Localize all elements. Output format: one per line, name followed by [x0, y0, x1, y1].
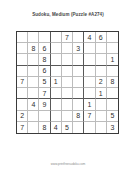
cell-r7c2: 4 [28, 99, 39, 110]
cell-r5c3: 5 [39, 77, 50, 88]
cell-r8c4 [51, 111, 62, 122]
cell-r5c2 [28, 77, 39, 88]
sudoku-board: 7468638167512871491287578453 [16, 31, 119, 134]
cell-r6c6 [73, 88, 84, 99]
cell-r1c7: 4 [84, 32, 95, 43]
cell-r5c8: 2 [96, 77, 107, 88]
cell-r9c1: 7 [17, 122, 28, 133]
cell-r4c5 [62, 66, 73, 77]
cell-r3c7 [84, 54, 95, 65]
cell-r8c7: 7 [84, 111, 95, 122]
cell-r7c6 [73, 99, 84, 110]
cell-r8c8 [96, 111, 107, 122]
cell-r1c2 [28, 32, 39, 43]
cell-r9c4: 4 [51, 122, 62, 133]
cell-r7c1 [17, 99, 28, 110]
cell-r6c3: 7 [39, 88, 50, 99]
cell-r7c7: 1 [84, 99, 95, 110]
cell-r7c9 [107, 99, 118, 110]
cell-r7c5 [62, 99, 73, 110]
cell-r1c5: 7 [62, 32, 73, 43]
cell-r2c5 [62, 43, 73, 54]
cell-r3c1 [17, 54, 28, 65]
cell-r9c8 [96, 122, 107, 133]
cell-r6c8: 1 [96, 88, 107, 99]
cell-r8c3 [39, 111, 50, 122]
cell-r1c1 [17, 32, 28, 43]
cell-r9c9: 3 [107, 122, 118, 133]
source-url: www.printfreesudoku.com [0, 162, 136, 166]
cell-r4c8 [96, 66, 107, 77]
cell-r3c2 [28, 54, 39, 65]
cell-r5c9: 8 [107, 77, 118, 88]
cell-r8c9: 5 [107, 111, 118, 122]
cell-r1c4 [51, 32, 62, 43]
cell-r5c6 [73, 77, 84, 88]
cell-r4c2 [28, 66, 39, 77]
cell-r4c3: 6 [39, 66, 50, 77]
cell-r5c1: 7 [17, 77, 28, 88]
cell-r4c6 [73, 66, 84, 77]
cell-r2c8 [96, 43, 107, 54]
cell-r3c9: 1 [107, 54, 118, 65]
cell-r7c3: 9 [39, 99, 50, 110]
cell-r1c8: 6 [96, 32, 107, 43]
cell-r2c1 [17, 43, 28, 54]
cell-r2c9 [107, 43, 118, 54]
cell-r9c6 [73, 122, 84, 133]
cell-r9c7 [84, 122, 95, 133]
cell-r4c7 [84, 66, 95, 77]
cell-r1c6 [73, 32, 84, 43]
cell-r6c5 [62, 88, 73, 99]
cell-r6c9 [107, 88, 118, 99]
cell-r3c5 [62, 54, 73, 65]
cell-r1c9 [107, 32, 118, 43]
cell-r9c3: 8 [39, 122, 50, 133]
cell-r6c7 [84, 88, 95, 99]
cell-r4c1 [17, 66, 28, 77]
cell-r8c6: 8 [73, 111, 84, 122]
cell-r2c2: 8 [28, 43, 39, 54]
cell-r2c6: 3 [73, 43, 84, 54]
printable-sudoku-page: Sudoku, Medium (Puzzle #A274) 7468638167… [0, 0, 136, 176]
cell-r7c8 [96, 99, 107, 110]
cell-r6c1 [17, 88, 28, 99]
cell-r1c3 [39, 32, 50, 43]
cell-r8c2 [28, 111, 39, 122]
cell-r3c3: 8 [39, 54, 50, 65]
cell-r9c2 [28, 122, 39, 133]
cell-r3c6 [73, 54, 84, 65]
cell-r2c4 [51, 43, 62, 54]
cell-r5c5 [62, 77, 73, 88]
cell-r3c8 [96, 54, 107, 65]
cell-r4c4 [51, 66, 62, 77]
cell-r8c1: 2 [17, 111, 28, 122]
cell-r8c5 [62, 111, 73, 122]
cell-r9c5: 5 [62, 122, 73, 133]
cell-r6c4 [51, 88, 62, 99]
cell-r7c4 [51, 99, 62, 110]
cell-r6c2 [28, 88, 39, 99]
cell-r5c7 [84, 77, 95, 88]
cell-r5c4: 1 [51, 77, 62, 88]
cell-r4c9 [107, 66, 118, 77]
cell-r3c4 [51, 54, 62, 65]
cell-r2c7 [84, 43, 95, 54]
cell-r2c3: 6 [39, 43, 50, 54]
puzzle-title: Sudoku, Medium (Puzzle #A274) [0, 12, 136, 17]
